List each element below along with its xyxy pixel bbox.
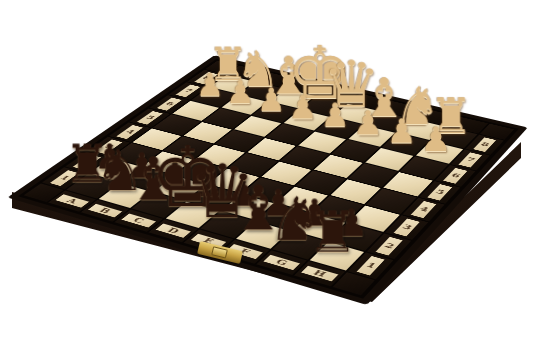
label-rank-3-right-text: 3 xyxy=(393,218,420,236)
board-grid: 8♜♞♝♚♛♝♞♜87♟♟♟♟♟♟♟♟7665544332♟♟♟♟♟♟♟♟21♜… xyxy=(18,59,519,299)
label-rank-5-right-text: 5 xyxy=(427,184,452,201)
label-rank-1-left-text: 1 xyxy=(50,170,80,186)
label-file-D-text: D xyxy=(155,223,191,238)
piece-light-knight-g8: ♞ xyxy=(381,81,454,133)
label-rank-2-right-text: 2 xyxy=(375,237,403,256)
label-file-G-text: G xyxy=(263,255,301,271)
label-file-A: A xyxy=(48,191,96,212)
label-rank-7-right-text: 7 xyxy=(458,152,482,168)
board-scene: 8♜♞♝♚♛♝♞♜87♟♟♟♟♟♟♟♟7665544332♟♟♟♟♟♟♟♟21♜… xyxy=(88,0,470,345)
label-file-A-text: A xyxy=(55,194,90,208)
label-rank-4-right-text: 4 xyxy=(411,201,437,219)
board-frame: 8♜♞♝♚♛♝♞♜87♟♟♟♟♟♟♟♟7665544332♟♟♟♟♟♟♟♟21♜… xyxy=(7,55,527,305)
label-file-B-text: B xyxy=(87,204,122,218)
label-file-C-text: C xyxy=(121,213,157,227)
square-e5 xyxy=(280,146,329,169)
label-file-H-text: H xyxy=(301,266,339,282)
label-rank-1-right-text: 1 xyxy=(356,256,385,276)
label-rank-8-right-text: 8 xyxy=(473,137,496,152)
product-photo-chess-set: 8♜♞♝♚♛♝♞♜87♟♟♟♟♟♟♟♟7665544332♟♟♟♟♟♟♟♟21♜… xyxy=(0,0,560,345)
label-rank-6-right-text: 6 xyxy=(443,168,468,184)
label-rank-3-left-text: 3 xyxy=(95,139,123,154)
chess-board: 8♜♞♝♚♛♝♞♜87♟♟♟♟♟♟♟♟7665544332♟♟♟♟♟♟♟♟21♜… xyxy=(7,55,527,305)
